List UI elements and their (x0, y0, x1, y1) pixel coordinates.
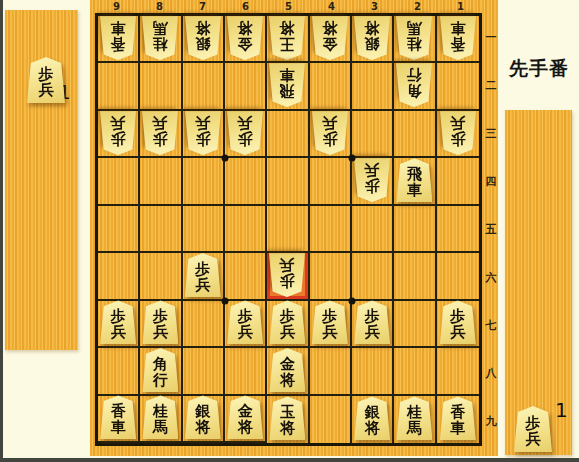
piece-gold-sente: 金将 (269, 348, 305, 392)
square-8-6[interactable] (140, 253, 182, 300)
shogi-board: 987654321 一二三四五六七八九 香車桂馬銀将金将王将金将銀将桂馬香車飛車… (90, 0, 498, 456)
piece-knight-sente: 桂馬 (142, 395, 178, 439)
square-7-6[interactable]: 歩兵 (183, 253, 225, 300)
square-2-4[interactable]: 飛車 (394, 158, 436, 205)
square-8-8[interactable]: 角行 (140, 348, 182, 395)
square-7-1[interactable]: 銀将 (183, 16, 225, 63)
piece-pawn-sente[interactable]: 歩兵 (514, 406, 552, 452)
file-labels: 987654321 (95, 0, 482, 13)
piece-pawn-gote: 歩兵 (227, 111, 263, 155)
piece-rook-gote: 飛車 (269, 63, 305, 107)
square-8-2[interactable] (140, 63, 182, 110)
piece-silver-gote: 銀将 (185, 16, 221, 60)
file-label-2: 2 (396, 0, 439, 13)
square-7-7[interactable] (183, 301, 225, 348)
piece-pawn-gote: 歩兵 (185, 111, 221, 155)
piece-pawn-sente: 歩兵 (142, 300, 178, 344)
file-label-9: 9 (95, 0, 138, 13)
piece-lance-sente: 香車 (100, 395, 136, 439)
square-9-7[interactable]: 歩兵 (98, 301, 140, 348)
piece-pawn-gote: 歩兵 (312, 111, 348, 155)
piece-pawn-sente: 歩兵 (354, 300, 390, 344)
rank-label-9: 九 (484, 398, 498, 446)
square-2-8[interactable] (394, 348, 436, 395)
square-6-5[interactable] (225, 206, 267, 253)
file-label-7: 7 (181, 0, 224, 13)
square-7-8[interactable] (183, 348, 225, 395)
turn-indicator: 先手番 (503, 56, 575, 82)
hoshi-dot (221, 297, 228, 304)
square-7-2[interactable] (183, 63, 225, 110)
piece-bishop-gote: 角行 (396, 63, 432, 107)
piece-gold-gote: 金将 (227, 16, 263, 60)
square-3-3[interactable] (352, 111, 394, 158)
piece-pawn-sente: 歩兵 (269, 300, 305, 344)
piece-silver-gote: 銀将 (354, 16, 390, 60)
square-1-8[interactable] (437, 348, 479, 395)
piece-king-sente: 玉将 (269, 396, 305, 440)
square-3-4[interactable]: 歩兵 (352, 158, 394, 205)
square-4-6[interactable] (310, 253, 352, 300)
file-label-8: 8 (138, 0, 181, 13)
hoshi-dot (221, 155, 228, 162)
piece-knight-gote: 桂馬 (142, 16, 178, 60)
square-3-1[interactable]: 銀将 (352, 16, 394, 63)
square-8-4[interactable] (140, 158, 182, 205)
square-1-7[interactable]: 歩兵 (437, 301, 479, 348)
hoshi-dot (349, 297, 356, 304)
square-7-9[interactable]: 銀将 (183, 396, 225, 443)
hoshi-dot (349, 155, 356, 162)
rank-label-2: 二 (484, 61, 498, 109)
square-1-3[interactable]: 歩兵 (437, 111, 479, 158)
piece-gold-gote: 金将 (312, 16, 348, 60)
square-4-8[interactable] (310, 348, 352, 395)
file-label-3: 3 (353, 0, 396, 13)
square-8-1[interactable]: 桂馬 (140, 16, 182, 63)
square-4-2[interactable] (310, 63, 352, 110)
square-3-2[interactable] (352, 63, 394, 110)
rank-label-6: 六 (484, 254, 498, 302)
square-3-8[interactable] (352, 348, 394, 395)
square-5-9[interactable]: 玉将 (267, 396, 309, 443)
piece-pawn-sente: 歩兵 (100, 300, 136, 344)
piece-pawn-sente: 歩兵 (440, 300, 476, 344)
square-6-8[interactable] (225, 348, 267, 395)
board-grid: 香車桂馬銀将金将王将金将銀将桂馬香車飛車角行歩兵歩兵歩兵歩兵歩兵歩兵歩兵飛車歩兵… (95, 13, 482, 446)
square-1-9[interactable]: 香車 (437, 396, 479, 443)
window-border-left (0, 0, 3, 462)
piece-lance-gote: 香車 (440, 16, 476, 60)
square-2-1[interactable]: 桂馬 (394, 16, 436, 63)
file-label-1: 1 (439, 0, 482, 13)
piece-knight-gote: 桂馬 (396, 16, 432, 60)
sente-hand-pawn-count: 1 (555, 398, 568, 422)
square-2-9[interactable]: 桂馬 (394, 396, 436, 443)
square-5-1[interactable]: 王将 (267, 16, 309, 63)
gote-hand-stand: 1 歩兵 (5, 10, 78, 350)
square-6-3[interactable]: 歩兵 (225, 111, 267, 158)
piece-silver-sente: 銀将 (185, 395, 221, 439)
rank-label-3: 三 (484, 109, 498, 157)
square-1-1[interactable]: 香車 (437, 16, 479, 63)
square-2-5[interactable] (394, 206, 436, 253)
square-6-6[interactable] (225, 253, 267, 300)
square-4-1[interactable]: 金将 (310, 16, 352, 63)
square-6-2[interactable] (225, 63, 267, 110)
square-8-7[interactable]: 歩兵 (140, 301, 182, 348)
square-6-7[interactable]: 歩兵 (225, 301, 267, 348)
square-9-1[interactable]: 香車 (98, 16, 140, 63)
square-5-5[interactable] (267, 206, 309, 253)
rank-label-4: 四 (484, 157, 498, 205)
piece-lance-gote: 香車 (100, 16, 136, 60)
square-1-6[interactable] (437, 253, 479, 300)
piece-pawn-sente[interactable]: 歩兵 (27, 57, 65, 103)
piece-pawn-gote: 歩兵 (269, 253, 305, 297)
square-8-5[interactable] (140, 206, 182, 253)
piece-rook-sente: 飛車 (396, 158, 432, 202)
square-2-2[interactable]: 角行 (394, 63, 436, 110)
shogi-app: 1 歩兵 987654321 一二三四五六七八九 香車桂馬銀将金将王将金将銀将桂… (0, 0, 579, 462)
rank-label-7: 七 (484, 302, 498, 350)
square-2-7[interactable] (394, 301, 436, 348)
square-5-2[interactable]: 飛車 (267, 63, 309, 110)
square-9-2[interactable] (98, 63, 140, 110)
square-4-9[interactable] (310, 396, 352, 443)
file-label-6: 6 (224, 0, 267, 13)
square-6-9[interactable]: 金将 (225, 396, 267, 443)
square-5-6[interactable]: 歩兵 (267, 253, 309, 300)
piece-pawn-gote: 歩兵 (142, 111, 178, 155)
rank-label-1: 一 (484, 13, 498, 61)
square-1-5[interactable] (437, 206, 479, 253)
square-4-4[interactable] (310, 158, 352, 205)
square-6-1[interactable]: 金将 (225, 16, 267, 63)
file-label-4: 4 (310, 0, 353, 13)
square-5-4[interactable] (267, 158, 309, 205)
piece-bishop-sente: 角行 (142, 348, 178, 392)
square-8-9[interactable]: 桂馬 (140, 396, 182, 443)
piece-pawn-gote: 歩兵 (354, 158, 390, 202)
square-9-9[interactable]: 香車 (98, 396, 140, 443)
file-label-5: 5 (267, 0, 310, 13)
piece-pawn-sente: 歩兵 (312, 300, 348, 344)
square-1-4[interactable] (437, 158, 479, 205)
square-9-6[interactable] (98, 253, 140, 300)
square-9-3[interactable]: 歩兵 (98, 111, 140, 158)
square-9-4[interactable] (98, 158, 140, 205)
square-9-8[interactable] (98, 348, 140, 395)
piece-pawn-sente: 歩兵 (185, 253, 221, 297)
square-6-4[interactable] (225, 158, 267, 205)
square-7-5[interactable] (183, 206, 225, 253)
piece-knight-sente: 桂馬 (396, 396, 432, 440)
square-7-3[interactable]: 歩兵 (183, 111, 225, 158)
piece-pawn-gote: 歩兵 (100, 111, 136, 155)
square-5-3[interactable] (267, 111, 309, 158)
sente-hand-stand: 1 歩兵 (505, 110, 572, 455)
square-9-5[interactable] (98, 206, 140, 253)
square-5-7[interactable]: 歩兵 (267, 301, 309, 348)
square-2-3[interactable] (394, 111, 436, 158)
piece-king-gote: 王将 (269, 16, 305, 60)
square-3-5[interactable] (352, 206, 394, 253)
piece-pawn-sente: 歩兵 (227, 300, 263, 344)
square-1-2[interactable] (437, 63, 479, 110)
square-2-6[interactable] (394, 253, 436, 300)
rank-label-5: 五 (484, 205, 498, 253)
square-4-7[interactable]: 歩兵 (310, 301, 352, 348)
square-8-3[interactable]: 歩兵 (140, 111, 182, 158)
window-border-bottom (0, 458, 579, 462)
rank-labels: 一二三四五六七八九 (484, 13, 498, 446)
piece-silver-sente: 銀将 (354, 396, 390, 440)
square-7-4[interactable] (183, 158, 225, 205)
square-3-6[interactable] (352, 253, 394, 300)
square-3-7[interactable]: 歩兵 (352, 301, 394, 348)
piece-lance-sente: 香車 (440, 396, 476, 440)
square-4-5[interactable] (310, 206, 352, 253)
square-4-3[interactable]: 歩兵 (310, 111, 352, 158)
piece-gold-sente: 金将 (227, 395, 263, 439)
piece-pawn-gote: 歩兵 (440, 111, 476, 155)
rank-label-8: 八 (484, 350, 498, 398)
square-3-9[interactable]: 銀将 (352, 396, 394, 443)
square-5-8[interactable]: 金将 (267, 348, 309, 395)
